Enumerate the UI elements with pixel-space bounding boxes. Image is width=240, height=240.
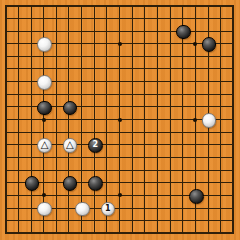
stone-black-P17 — [176, 25, 191, 40]
grid-line-vertical — [232, 5, 234, 235]
grid-line-horizontal — [5, 182, 235, 183]
grid-line-horizontal — [5, 170, 235, 171]
stone-black-F11 — [63, 101, 78, 116]
grid-line-vertical — [220, 5, 221, 235]
grid-line-horizontal — [5, 232, 235, 234]
stone-black-D11 — [37, 101, 52, 116]
stone-white-D16 — [37, 37, 52, 52]
stone-white-D13 — [37, 75, 52, 90]
stone-black-C5 — [25, 176, 40, 191]
grid-line-vertical — [170, 5, 171, 235]
triangle-mark-icon: △ — [41, 139, 49, 152]
grid-line-vertical — [144, 5, 145, 235]
stone-white-D8: △ — [37, 138, 52, 153]
stone-white-J3: 1 — [101, 202, 116, 217]
stone-black-H8: 2 — [88, 138, 103, 153]
stone-black-Q4 — [189, 189, 204, 204]
goban[interactable]: △△12 — [0, 0, 240, 240]
stone-black-F5 — [63, 176, 78, 191]
stone-black-H5 — [88, 176, 103, 191]
grid-line-horizontal — [5, 220, 235, 221]
grid-line-horizontal — [5, 132, 235, 133]
grid-line-vertical — [132, 5, 133, 235]
stone-white-F8: △ — [63, 138, 78, 153]
stone-white-R10 — [202, 113, 217, 128]
star-point — [118, 118, 122, 122]
stone-white-G3 — [75, 202, 90, 217]
star-point — [42, 118, 46, 122]
grid-line-vertical — [157, 5, 158, 235]
grid-line-vertical — [182, 5, 183, 235]
move-number-label: 1 — [105, 203, 111, 216]
star-point — [193, 42, 197, 46]
stone-white-D3 — [37, 202, 52, 217]
grid-line-horizontal — [5, 157, 235, 158]
stone-black-R16 — [202, 37, 217, 52]
triangle-mark-icon: △ — [66, 139, 74, 152]
star-point — [118, 42, 122, 46]
move-number-label: 2 — [92, 139, 98, 152]
star-point — [42, 193, 46, 197]
